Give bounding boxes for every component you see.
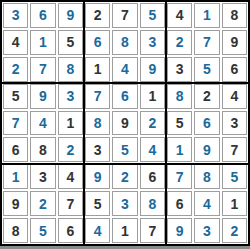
cell-r5c8[interactable]: 6 [194, 111, 219, 136]
cell-r2c7[interactable]: 2 [167, 30, 192, 55]
cell-digit: 6 [148, 170, 156, 184]
cell-digit: 1 [148, 89, 156, 103]
cell-digit: 2 [121, 170, 129, 184]
cell-r4c8[interactable]: 2 [194, 84, 219, 109]
cell-r4c2[interactable]: 9 [30, 84, 55, 109]
cell-digit: 9 [121, 116, 129, 130]
cell-digit: 9 [230, 35, 238, 49]
cell-r9c7[interactable]: 9 [167, 218, 192, 243]
cell-r5c1[interactable]: 7 [3, 111, 28, 136]
cell-digit: 1 [39, 35, 47, 49]
cell-r1c3[interactable]: 9 [58, 3, 83, 28]
cell-r4c4[interactable]: 7 [85, 84, 110, 109]
cell-digit: 2 [12, 62, 20, 76]
cell-r2c5[interactable]: 8 [112, 30, 137, 55]
cell-r9c1[interactable]: 8 [3, 218, 28, 243]
cell-r1c1[interactable]: 3 [3, 3, 28, 28]
cell-digit: 4 [12, 35, 20, 49]
cell-r3c2[interactable]: 7 [30, 57, 55, 82]
cell-digit: 2 [176, 35, 184, 49]
cell-r6c6[interactable]: 4 [140, 137, 165, 162]
cell-r7c2[interactable]: 3 [30, 164, 55, 189]
cell-digit: 7 [203, 35, 211, 49]
cell-r5c6[interactable]: 2 [140, 111, 165, 136]
cell-r8c8[interactable]: 4 [194, 191, 219, 216]
sudoku-board: 3692754184156832792781493565937618247418… [0, 0, 250, 246]
cell-r2c3[interactable]: 5 [58, 30, 83, 55]
box-divider-vertical-1 [83, 2, 85, 244]
cell-r2c1[interactable]: 4 [3, 30, 28, 55]
cell-digit: 2 [66, 143, 74, 157]
cell-digit: 2 [203, 89, 211, 103]
cell-r3c8[interactable]: 5 [194, 57, 219, 82]
cell-digit: 8 [39, 143, 47, 157]
cell-digit: 9 [39, 89, 47, 103]
cell-r6c4[interactable]: 3 [85, 137, 110, 162]
cell-digit: 6 [230, 62, 238, 76]
cell-digit: 2 [39, 197, 47, 211]
box-divider-horizontal-1 [2, 82, 248, 84]
cell-r5c5[interactable]: 9 [112, 111, 137, 136]
cell-digit: 7 [66, 197, 74, 211]
cell-digit: 1 [176, 143, 184, 157]
cell-r5c3[interactable]: 1 [58, 111, 83, 136]
cell-digit: 8 [121, 35, 129, 49]
cell-r2c2[interactable]: 1 [30, 30, 55, 55]
cell-digit: 7 [94, 89, 102, 103]
cell-r2c9[interactable]: 9 [222, 30, 247, 55]
cell-r4c9[interactable]: 4 [222, 84, 247, 109]
cell-r2c8[interactable]: 7 [194, 30, 219, 55]
cell-digit: 3 [66, 89, 74, 103]
cell-digit: 1 [230, 197, 238, 211]
cell-r9c8[interactable]: 3 [194, 218, 219, 243]
cell-r1c5[interactable]: 7 [112, 3, 137, 28]
cell-r2c4[interactable]: 6 [85, 30, 110, 55]
cell-r4c5[interactable]: 6 [112, 84, 137, 109]
cell-r9c5[interactable]: 1 [112, 218, 137, 243]
cell-r6c8[interactable]: 9 [194, 137, 219, 162]
cell-digit: 1 [121, 224, 129, 238]
cell-r7c6[interactable]: 6 [140, 164, 165, 189]
cell-digit: 6 [66, 224, 74, 238]
cell-r4c7[interactable]: 8 [167, 84, 192, 109]
cell-digit: 3 [148, 35, 156, 49]
cell-digit: 8 [230, 8, 238, 22]
cell-r9c4[interactable]: 4 [85, 218, 110, 243]
cell-r7c7[interactable]: 7 [167, 164, 192, 189]
cell-r5c7[interactable]: 5 [167, 111, 192, 136]
cell-digit: 5 [148, 8, 156, 22]
cell-digit: 8 [66, 62, 74, 76]
cell-digit: 6 [176, 197, 184, 211]
cell-r9c9[interactable]: 2 [222, 218, 247, 243]
cell-digit: 6 [39, 8, 47, 22]
cell-digit: 7 [39, 62, 47, 76]
cell-r8c6[interactable]: 8 [140, 191, 165, 216]
cell-digit: 7 [230, 143, 238, 157]
cell-r6c2[interactable]: 8 [30, 137, 55, 162]
cell-r2c6[interactable]: 3 [140, 30, 165, 55]
cell-digit: 9 [203, 143, 211, 157]
cell-digit: 4 [66, 170, 74, 184]
cell-digit: 7 [121, 8, 129, 22]
cell-digit: 5 [66, 35, 74, 49]
cell-digit: 6 [94, 35, 102, 49]
cell-digit: 9 [176, 224, 184, 238]
cell-digit: 3 [39, 170, 47, 184]
cell-digit: 7 [12, 116, 20, 130]
cell-r8c1[interactable]: 9 [3, 191, 28, 216]
cell-r3c3[interactable]: 8 [58, 57, 83, 82]
cell-r6c3[interactable]: 2 [58, 137, 83, 162]
cell-digit: 4 [176, 8, 184, 22]
cell-r6c9[interactable]: 7 [222, 137, 247, 162]
cell-r7c4[interactable]: 9 [85, 164, 110, 189]
cell-digit: 4 [230, 89, 238, 103]
cell-digit: 5 [12, 89, 20, 103]
cell-digit: 1 [12, 170, 20, 184]
cell-digit: 6 [12, 143, 20, 157]
cell-r1c8[interactable]: 1 [194, 3, 219, 28]
cell-digit: 5 [230, 170, 238, 184]
cell-r9c3[interactable]: 6 [58, 218, 83, 243]
cell-r7c1[interactable]: 1 [3, 164, 28, 189]
cell-digit: 8 [12, 224, 20, 238]
cell-r1c2[interactable]: 6 [30, 3, 55, 28]
cell-digit: 8 [94, 116, 102, 130]
cell-r7c9[interactable]: 5 [222, 164, 247, 189]
cell-r7c3[interactable]: 4 [58, 164, 83, 189]
cell-digit: 8 [176, 89, 184, 103]
cell-digit: 2 [148, 116, 156, 130]
cell-digit: 4 [94, 224, 102, 238]
cell-r4c6[interactable]: 1 [140, 84, 165, 109]
cell-digit: 5 [121, 143, 129, 157]
cell-digit: 7 [176, 170, 184, 184]
cell-r3c1[interactable]: 2 [3, 57, 28, 82]
cell-digit: 8 [148, 197, 156, 211]
cell-digit: 9 [94, 170, 102, 184]
cell-r1c7[interactable]: 4 [167, 3, 192, 28]
cell-digit: 3 [94, 143, 102, 157]
cell-r6c1[interactable]: 6 [3, 137, 28, 162]
cell-r6c7[interactable]: 1 [167, 137, 192, 162]
cell-digit: 1 [94, 62, 102, 76]
cell-digit: 6 [121, 89, 129, 103]
box-divider-vertical-2 [165, 2, 167, 244]
cell-digit: 5 [94, 197, 102, 211]
cell-digit: 4 [121, 62, 129, 76]
cell-digit: 1 [66, 116, 74, 130]
cell-digit: 5 [39, 224, 47, 238]
cell-r9c6[interactable]: 7 [140, 218, 165, 243]
cell-r4c1[interactable]: 5 [3, 84, 28, 109]
cell-digit: 3 [176, 62, 184, 76]
cell-r8c9[interactable]: 1 [222, 191, 247, 216]
cell-r6c5[interactable]: 5 [112, 137, 137, 162]
cell-r3c6[interactable]: 9 [140, 57, 165, 82]
cell-r8c2[interactable]: 2 [30, 191, 55, 216]
cell-r7c5[interactable]: 2 [112, 164, 137, 189]
cell-r3c9[interactable]: 6 [222, 57, 247, 82]
cell-digit: 6 [203, 116, 211, 130]
cell-digit: 4 [148, 143, 156, 157]
cell-digit: 9 [66, 8, 74, 22]
cell-digit: 3 [203, 224, 211, 238]
cell-digit: 8 [203, 170, 211, 184]
cell-r1c4[interactable]: 2 [85, 3, 110, 28]
cell-r5c9[interactable]: 3 [222, 111, 247, 136]
cell-r1c6[interactable]: 5 [140, 3, 165, 28]
cell-r3c7[interactable]: 3 [167, 57, 192, 82]
cell-digit: 9 [148, 62, 156, 76]
cell-r8c3[interactable]: 7 [58, 191, 83, 216]
cell-digit: 3 [121, 197, 129, 211]
cell-r8c4[interactable]: 5 [85, 191, 110, 216]
cell-digit: 2 [230, 224, 238, 238]
cell-r7c8[interactable]: 8 [194, 164, 219, 189]
cell-r8c7[interactable]: 6 [167, 191, 192, 216]
cell-digit: 7 [148, 224, 156, 238]
cell-digit: 3 [12, 8, 20, 22]
box-divider-horizontal-2 [2, 163, 248, 165]
cell-r1c9[interactable]: 8 [222, 3, 247, 28]
cell-r3c4[interactable]: 1 [85, 57, 110, 82]
cell-r8c5[interactable]: 3 [112, 191, 137, 216]
cell-digit: 5 [203, 62, 211, 76]
cell-r3c5[interactable]: 4 [112, 57, 137, 82]
sudoku-app: 3692754184156832792781493565937618247418… [0, 0, 250, 249]
cell-digit: 2 [94, 8, 102, 22]
cell-digit: 1 [203, 8, 211, 22]
cell-digit: 3 [230, 116, 238, 130]
cell-digit: 9 [12, 197, 20, 211]
cell-r4c3[interactable]: 3 [58, 84, 83, 109]
cell-r9c2[interactable]: 5 [30, 218, 55, 243]
cell-r5c4[interactable]: 8 [85, 111, 110, 136]
cell-digit: 4 [203, 197, 211, 211]
cell-digit: 4 [39, 116, 47, 130]
cell-digit: 5 [176, 116, 184, 130]
cell-r5c2[interactable]: 4 [30, 111, 55, 136]
